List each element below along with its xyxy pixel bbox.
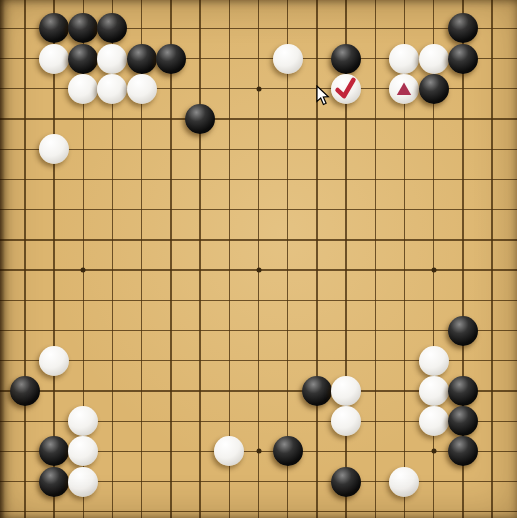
- intersection-n9[interactable]: [331, 285, 360, 315]
- intersection-q8[interactable]: [419, 315, 448, 345]
- intersection-d15[interactable]: [69, 104, 98, 134]
- intersection-c13[interactable]: [39, 164, 68, 194]
- intersection-b7[interactable]: [10, 346, 39, 376]
- intersection-a19[interactable]: [0, 0, 10, 13]
- intersection-o16[interactable]: [361, 74, 390, 104]
- intersection-o9[interactable]: [361, 285, 390, 315]
- intersection-a3[interactable]: [0, 467, 10, 497]
- intersection-n6[interactable]: [331, 376, 360, 406]
- intersection-h14[interactable]: [185, 134, 214, 164]
- intersection-m14[interactable]: [302, 134, 331, 164]
- intersection-d4[interactable]: [69, 436, 98, 466]
- intersection-d19[interactable]: [69, 0, 98, 13]
- intersection-a16[interactable]: [0, 74, 10, 104]
- intersection-e4[interactable]: [98, 436, 127, 466]
- intersection-a2[interactable]: [0, 497, 10, 518]
- intersection-o4[interactable]: [361, 436, 390, 466]
- intersection-g9[interactable]: [156, 285, 185, 315]
- intersection-p17[interactable]: [390, 43, 419, 73]
- intersection-f7[interactable]: [127, 346, 156, 376]
- intersection-r5[interactable]: [448, 406, 477, 436]
- intersection-g10[interactable]: [156, 255, 185, 285]
- intersection-s6[interactable]: [477, 376, 506, 406]
- intersection-b9[interactable]: [10, 285, 39, 315]
- intersection-c16[interactable]: [39, 74, 68, 104]
- intersection-h12[interactable]: [185, 195, 214, 225]
- intersection-r8[interactable]: [448, 315, 477, 345]
- intersection-o7[interactable]: [361, 346, 390, 376]
- intersection-b15[interactable]: [10, 104, 39, 134]
- intersection-d17[interactable]: [69, 43, 98, 73]
- intersection-h18[interactable]: [185, 13, 214, 43]
- intersection-q6[interactable]: [419, 376, 448, 406]
- intersection-r6[interactable]: [448, 376, 477, 406]
- intersection-n14[interactable]: [331, 134, 360, 164]
- intersection-d3[interactable]: [69, 467, 98, 497]
- intersection-b5[interactable]: [10, 406, 39, 436]
- intersection-j12[interactable]: [215, 195, 244, 225]
- intersection-o19[interactable]: [361, 0, 390, 13]
- intersection-q19[interactable]: [419, 0, 448, 13]
- intersection-t3[interactable]: [506, 467, 517, 497]
- intersection-m17[interactable]: [302, 43, 331, 73]
- intersection-f17[interactable]: [127, 43, 156, 73]
- intersection-q18[interactable]: [419, 13, 448, 43]
- intersection-k17[interactable]: [244, 43, 273, 73]
- intersection-c4[interactable]: [39, 436, 68, 466]
- intersection-k7[interactable]: [244, 346, 273, 376]
- intersection-e15[interactable]: [98, 104, 127, 134]
- intersection-f9[interactable]: [127, 285, 156, 315]
- intersection-j13[interactable]: [215, 164, 244, 194]
- intersection-b4[interactable]: [10, 436, 39, 466]
- intersection-h5[interactable]: [185, 406, 214, 436]
- intersection-q13[interactable]: [419, 164, 448, 194]
- intersection-c6[interactable]: [39, 376, 68, 406]
- intersection-m7[interactable]: [302, 346, 331, 376]
- intersection-n7[interactable]: [331, 346, 360, 376]
- intersection-g3[interactable]: [156, 467, 185, 497]
- intersection-p3[interactable]: [390, 467, 419, 497]
- intersection-q12[interactable]: [419, 195, 448, 225]
- intersection-k5[interactable]: [244, 406, 273, 436]
- checkmark-icon[interactable]: [331, 74, 361, 104]
- intersection-p6[interactable]: [390, 376, 419, 406]
- intersection-s5[interactable]: [477, 406, 506, 436]
- intersection-f2[interactable]: [127, 497, 156, 518]
- intersection-o10[interactable]: [361, 255, 390, 285]
- intersection-p10[interactable]: [390, 255, 419, 285]
- intersection-f15[interactable]: [127, 104, 156, 134]
- intersection-e2[interactable]: [98, 497, 127, 518]
- intersection-l4[interactable]: [273, 436, 302, 466]
- intersection-r14[interactable]: [448, 134, 477, 164]
- intersection-k6[interactable]: [244, 376, 273, 406]
- intersection-q7[interactable]: [419, 346, 448, 376]
- intersection-a11[interactable]: [0, 225, 10, 255]
- intersection-q4[interactable]: [419, 436, 448, 466]
- intersection-o13[interactable]: [361, 164, 390, 194]
- intersection-f10[interactable]: [127, 255, 156, 285]
- intersection-l15[interactable]: [273, 104, 302, 134]
- intersection-a6[interactable]: [0, 376, 10, 406]
- intersection-m10[interactable]: [302, 255, 331, 285]
- intersection-l19[interactable]: [273, 0, 302, 13]
- intersection-e11[interactable]: [98, 225, 127, 255]
- intersection-h4[interactable]: [185, 436, 214, 466]
- intersection-k10[interactable]: [244, 255, 273, 285]
- intersection-g16[interactable]: [156, 74, 185, 104]
- intersection-k18[interactable]: [244, 13, 273, 43]
- intersection-t12[interactable]: [506, 195, 517, 225]
- intersection-b10[interactable]: [10, 255, 39, 285]
- intersection-n11[interactable]: [331, 225, 360, 255]
- intersection-k14[interactable]: [244, 134, 273, 164]
- intersection-a14[interactable]: [0, 134, 10, 164]
- intersection-j17[interactable]: [215, 43, 244, 73]
- intersection-b6[interactable]: [10, 376, 39, 406]
- intersection-e14[interactable]: [98, 134, 127, 164]
- intersection-d18[interactable]: [69, 13, 98, 43]
- intersection-l17[interactable]: [273, 43, 302, 73]
- intersection-r15[interactable]: [448, 104, 477, 134]
- intersection-h3[interactable]: [185, 467, 214, 497]
- intersection-g19[interactable]: [156, 0, 185, 13]
- intersection-n15[interactable]: [331, 104, 360, 134]
- intersection-r7[interactable]: [448, 346, 477, 376]
- intersection-b16[interactable]: [10, 74, 39, 104]
- intersection-t4[interactable]: [506, 436, 517, 466]
- intersection-s13[interactable]: [477, 164, 506, 194]
- intersection-g2[interactable]: [156, 497, 185, 518]
- intersection-d11[interactable]: [69, 225, 98, 255]
- intersection-f18[interactable]: [127, 13, 156, 43]
- intersection-n5[interactable]: [331, 406, 360, 436]
- intersection-s16[interactable]: [477, 74, 506, 104]
- intersection-j7[interactable]: [215, 346, 244, 376]
- intersection-c10[interactable]: [39, 255, 68, 285]
- intersection-e16[interactable]: [98, 74, 127, 104]
- intersection-a15[interactable]: [0, 104, 10, 134]
- intersection-n18[interactable]: [331, 13, 360, 43]
- intersection-o8[interactable]: [361, 315, 390, 345]
- intersection-m12[interactable]: [302, 195, 331, 225]
- intersection-s2[interactable]: [477, 497, 506, 518]
- intersection-a7[interactable]: [0, 346, 10, 376]
- intersection-d6[interactable]: [69, 376, 98, 406]
- intersection-h2[interactable]: [185, 497, 214, 518]
- intersection-h9[interactable]: [185, 285, 214, 315]
- intersection-a4[interactable]: [0, 436, 10, 466]
- intersection-t11[interactable]: [506, 225, 517, 255]
- intersection-n19[interactable]: [331, 0, 360, 13]
- intersection-t13[interactable]: [506, 164, 517, 194]
- intersection-f13[interactable]: [127, 164, 156, 194]
- intersection-c8[interactable]: [39, 315, 68, 345]
- intersection-h10[interactable]: [185, 255, 214, 285]
- intersection-g13[interactable]: [156, 164, 185, 194]
- intersection-r3[interactable]: [448, 467, 477, 497]
- intersection-n13[interactable]: [331, 164, 360, 194]
- intersection-h7[interactable]: [185, 346, 214, 376]
- intersection-j19[interactable]: [215, 0, 244, 13]
- intersection-a18[interactable]: [0, 13, 10, 43]
- intersection-h13[interactable]: [185, 164, 214, 194]
- intersection-c5[interactable]: [39, 406, 68, 436]
- intersection-l8[interactable]: [273, 315, 302, 345]
- intersection-k13[interactable]: [244, 164, 273, 194]
- intersection-m11[interactable]: [302, 225, 331, 255]
- intersection-h17[interactable]: [185, 43, 214, 73]
- intersection-e19[interactable]: [98, 0, 127, 13]
- intersection-k15[interactable]: [244, 104, 273, 134]
- intersection-h8[interactable]: [185, 315, 214, 345]
- intersection-f16[interactable]: [127, 74, 156, 104]
- intersection-j11[interactable]: [215, 225, 244, 255]
- intersection-m15[interactable]: [302, 104, 331, 134]
- intersection-o18[interactable]: [361, 13, 390, 43]
- intersection-m4[interactable]: [302, 436, 331, 466]
- intersection-t10[interactable]: [506, 255, 517, 285]
- intersection-d13[interactable]: [69, 164, 98, 194]
- intersection-s19[interactable]: [477, 0, 506, 13]
- intersection-l3[interactable]: [273, 467, 302, 497]
- intersection-a17[interactable]: [0, 43, 10, 73]
- intersection-e9[interactable]: [98, 285, 127, 315]
- intersection-e17[interactable]: [98, 43, 127, 73]
- intersection-e7[interactable]: [98, 346, 127, 376]
- intersection-d14[interactable]: [69, 134, 98, 164]
- intersection-a8[interactable]: [0, 315, 10, 345]
- intersection-j8[interactable]: [215, 315, 244, 345]
- intersection-r19[interactable]: [448, 0, 477, 13]
- intersection-n8[interactable]: [331, 315, 360, 345]
- intersection-f12[interactable]: [127, 195, 156, 225]
- intersection-a12[interactable]: [0, 195, 10, 225]
- intersection-t19[interactable]: [506, 0, 517, 13]
- intersection-l5[interactable]: [273, 406, 302, 436]
- intersection-o15[interactable]: [361, 104, 390, 134]
- intersection-t16[interactable]: [506, 74, 517, 104]
- intersection-f4[interactable]: [127, 436, 156, 466]
- intersection-s18[interactable]: [477, 13, 506, 43]
- intersection-k4[interactable]: [244, 436, 273, 466]
- intersection-l16[interactable]: [273, 74, 302, 104]
- intersection-f14[interactable]: [127, 134, 156, 164]
- intersection-q3[interactable]: [419, 467, 448, 497]
- go-board[interactable]: [0, 0, 517, 518]
- intersection-r18[interactable]: [448, 13, 477, 43]
- intersection-g14[interactable]: [156, 134, 185, 164]
- intersection-p9[interactable]: [390, 285, 419, 315]
- intersection-s8[interactable]: [477, 315, 506, 345]
- intersection-p19[interactable]: [390, 0, 419, 13]
- intersection-b18[interactable]: [10, 13, 39, 43]
- intersection-j6[interactable]: [215, 376, 244, 406]
- intersection-n2[interactable]: [331, 497, 360, 518]
- intersection-c9[interactable]: [39, 285, 68, 315]
- intersection-c19[interactable]: [39, 0, 68, 13]
- intersection-c17[interactable]: [39, 43, 68, 73]
- intersection-p4[interactable]: [390, 436, 419, 466]
- intersection-m3[interactable]: [302, 467, 331, 497]
- intersection-r4[interactable]: [448, 436, 477, 466]
- intersection-q2[interactable]: [419, 497, 448, 518]
- intersection-s15[interactable]: [477, 104, 506, 134]
- intersection-b17[interactable]: [10, 43, 39, 73]
- intersection-o12[interactable]: [361, 195, 390, 225]
- intersection-s9[interactable]: [477, 285, 506, 315]
- intersection-b12[interactable]: [10, 195, 39, 225]
- intersection-t9[interactable]: [506, 285, 517, 315]
- intersection-l7[interactable]: [273, 346, 302, 376]
- intersection-o2[interactable]: [361, 497, 390, 518]
- intersection-e3[interactable]: [98, 467, 127, 497]
- intersection-p12[interactable]: [390, 195, 419, 225]
- intersection-m16[interactable]: [302, 74, 331, 104]
- intersection-p2[interactable]: [390, 497, 419, 518]
- intersection-g17[interactable]: [156, 43, 185, 73]
- intersection-g5[interactable]: [156, 406, 185, 436]
- intersection-n12[interactable]: [331, 195, 360, 225]
- intersection-s11[interactable]: [477, 225, 506, 255]
- intersection-d16[interactable]: [69, 74, 98, 104]
- intersection-r10[interactable]: [448, 255, 477, 285]
- intersection-g4[interactable]: [156, 436, 185, 466]
- intersection-c14[interactable]: [39, 134, 68, 164]
- intersection-c12[interactable]: [39, 195, 68, 225]
- intersection-q11[interactable]: [419, 225, 448, 255]
- intersection-p15[interactable]: [390, 104, 419, 134]
- intersection-e13[interactable]: [98, 164, 127, 194]
- intersection-d10[interactable]: [69, 255, 98, 285]
- intersection-s14[interactable]: [477, 134, 506, 164]
- intersection-k11[interactable]: [244, 225, 273, 255]
- intersection-m9[interactable]: [302, 285, 331, 315]
- intersection-f3[interactable]: [127, 467, 156, 497]
- intersection-b14[interactable]: [10, 134, 39, 164]
- intersection-t8[interactable]: [506, 315, 517, 345]
- intersection-j5[interactable]: [215, 406, 244, 436]
- intersection-l12[interactable]: [273, 195, 302, 225]
- intersection-j16[interactable]: [215, 74, 244, 104]
- intersection-k2[interactable]: [244, 497, 273, 518]
- intersection-o5[interactable]: [361, 406, 390, 436]
- intersection-f11[interactable]: [127, 225, 156, 255]
- intersection-f19[interactable]: [127, 0, 156, 13]
- intersection-l11[interactable]: [273, 225, 302, 255]
- intersection-g12[interactable]: [156, 195, 185, 225]
- intersection-p14[interactable]: [390, 134, 419, 164]
- intersection-k3[interactable]: [244, 467, 273, 497]
- intersection-s17[interactable]: [477, 43, 506, 73]
- intersection-t7[interactable]: [506, 346, 517, 376]
- intersection-s10[interactable]: [477, 255, 506, 285]
- intersection-b13[interactable]: [10, 164, 39, 194]
- intersection-m2[interactable]: [302, 497, 331, 518]
- intersection-n16[interactable]: [331, 74, 360, 104]
- intersection-t18[interactable]: [506, 13, 517, 43]
- intersection-m13[interactable]: [302, 164, 331, 194]
- intersection-o17[interactable]: [361, 43, 390, 73]
- intersection-e8[interactable]: [98, 315, 127, 345]
- intersection-h15[interactable]: [185, 104, 214, 134]
- intersection-e12[interactable]: [98, 195, 127, 225]
- intersection-a5[interactable]: [0, 406, 10, 436]
- intersection-e10[interactable]: [98, 255, 127, 285]
- intersection-t15[interactable]: [506, 104, 517, 134]
- intersection-j10[interactable]: [215, 255, 244, 285]
- intersection-f8[interactable]: [127, 315, 156, 345]
- intersection-h6[interactable]: [185, 376, 214, 406]
- intersection-n10[interactable]: [331, 255, 360, 285]
- intersection-m8[interactable]: [302, 315, 331, 345]
- intersection-k16[interactable]: [244, 74, 273, 104]
- intersection-s12[interactable]: [477, 195, 506, 225]
- intersection-g11[interactable]: [156, 225, 185, 255]
- intersection-t17[interactable]: [506, 43, 517, 73]
- intersection-c2[interactable]: [39, 497, 68, 518]
- intersection-g6[interactable]: [156, 376, 185, 406]
- intersection-b8[interactable]: [10, 315, 39, 345]
- intersection-l10[interactable]: [273, 255, 302, 285]
- intersection-q17[interactable]: [419, 43, 448, 73]
- intersection-k19[interactable]: [244, 0, 273, 13]
- intersection-p16[interactable]: [390, 74, 419, 104]
- intersection-c7[interactable]: [39, 346, 68, 376]
- intersection-p8[interactable]: [390, 315, 419, 345]
- intersection-n17[interactable]: [331, 43, 360, 73]
- intersection-b2[interactable]: [10, 497, 39, 518]
- intersection-l18[interactable]: [273, 13, 302, 43]
- intersection-o11[interactable]: [361, 225, 390, 255]
- intersection-c15[interactable]: [39, 104, 68, 134]
- intersection-c11[interactable]: [39, 225, 68, 255]
- intersection-o14[interactable]: [361, 134, 390, 164]
- intersection-j3[interactable]: [215, 467, 244, 497]
- intersection-j9[interactable]: [215, 285, 244, 315]
- intersection-m5[interactable]: [302, 406, 331, 436]
- intersection-p13[interactable]: [390, 164, 419, 194]
- intersection-c18[interactable]: [39, 13, 68, 43]
- intersection-j15[interactable]: [215, 104, 244, 134]
- intersection-r11[interactable]: [448, 225, 477, 255]
- intersection-q10[interactable]: [419, 255, 448, 285]
- intersection-t5[interactable]: [506, 406, 517, 436]
- intersection-t6[interactable]: [506, 376, 517, 406]
- intersection-j18[interactable]: [215, 13, 244, 43]
- intersection-h19[interactable]: [185, 0, 214, 13]
- intersection-q9[interactable]: [419, 285, 448, 315]
- intersection-r2[interactable]: [448, 497, 477, 518]
- intersection-h16[interactable]: [185, 74, 214, 104]
- intersection-r9[interactable]: [448, 285, 477, 315]
- intersection-d8[interactable]: [69, 315, 98, 345]
- intersection-s7[interactable]: [477, 346, 506, 376]
- intersection-g18[interactable]: [156, 13, 185, 43]
- intersection-d7[interactable]: [69, 346, 98, 376]
- intersection-m6[interactable]: [302, 376, 331, 406]
- intersection-e6[interactable]: [98, 376, 127, 406]
- intersection-f6[interactable]: [127, 376, 156, 406]
- intersection-l13[interactable]: [273, 164, 302, 194]
- intersection-p18[interactable]: [390, 13, 419, 43]
- intersection-t14[interactable]: [506, 134, 517, 164]
- intersection-q5[interactable]: [419, 406, 448, 436]
- intersection-b11[interactable]: [10, 225, 39, 255]
- intersection-j14[interactable]: [215, 134, 244, 164]
- intersection-o6[interactable]: [361, 376, 390, 406]
